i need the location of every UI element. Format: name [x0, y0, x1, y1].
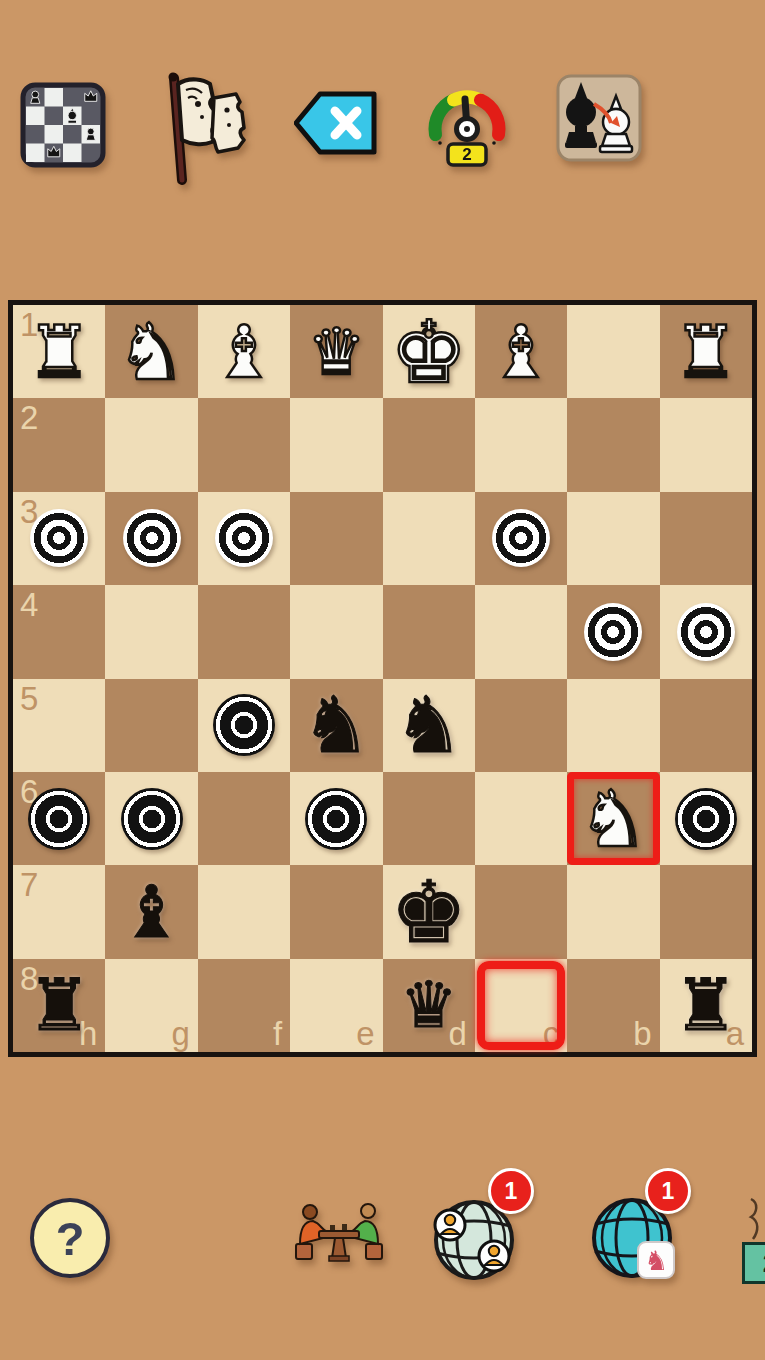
- board[interactable]: 1♜♞♝♛♚♝♜2345♞♞6♞7♝♚8h♜gfed♛cba♜: [8, 300, 757, 1057]
- difficulty-value: 2: [462, 145, 471, 164]
- piece-black-knight[interactable]: ♞: [394, 686, 464, 764]
- square-d6[interactable]: [383, 772, 475, 865]
- piece-white-rook[interactable]: ♜: [674, 316, 739, 388]
- square-f1[interactable]: ♝: [198, 305, 290, 398]
- rank-label: 4: [20, 588, 38, 621]
- piece-white-bishop[interactable]: ♝: [212, 316, 277, 388]
- notification-badge: 1: [488, 1168, 534, 1214]
- help-button[interactable]: ?: [30, 1198, 110, 1278]
- square-f6[interactable]: [198, 772, 290, 865]
- square-c4[interactable]: [475, 585, 567, 678]
- undo-arrow-icon: [294, 144, 378, 161]
- square-a3[interactable]: [660, 492, 752, 585]
- square-h1[interactable]: 1♜: [13, 305, 105, 398]
- globe-engine-icon: ♞: [588, 1270, 680, 1287]
- white-flag-icon: [152, 172, 248, 189]
- square-c3[interactable]: [475, 492, 567, 585]
- square-f5[interactable]: [198, 679, 290, 772]
- rank-label: 7: [20, 868, 38, 901]
- piece-white-pawn[interactable]: [677, 603, 735, 661]
- square-b2[interactable]: [567, 398, 659, 491]
- square-d2[interactable]: [383, 398, 475, 491]
- badge-count: 1: [662, 1178, 675, 1205]
- piece-white-pawn[interactable]: [584, 603, 642, 661]
- square-g2[interactable]: [105, 398, 197, 491]
- piece-black-knight[interactable]: ♞: [301, 686, 371, 764]
- square-e2[interactable]: [290, 398, 382, 491]
- level-tag[interactable]: 2: [742, 1242, 765, 1284]
- square-b5[interactable]: [567, 679, 659, 772]
- file-label: f: [273, 1017, 282, 1050]
- piece-black-king[interactable]: ♚: [390, 869, 467, 955]
- resign-button[interactable]: [152, 68, 248, 186]
- square-e5[interactable]: ♞: [290, 679, 382, 772]
- piece-black-pawn[interactable]: [28, 788, 90, 850]
- square-b7[interactable]: [567, 865, 659, 958]
- board-setup-button[interactable]: [20, 82, 106, 168]
- square-c7[interactable]: [475, 865, 567, 958]
- square-e7[interactable]: [290, 865, 382, 958]
- square-b4[interactable]: [567, 585, 659, 678]
- square-e3[interactable]: [290, 492, 382, 585]
- square-a8[interactable]: a♜: [660, 959, 752, 1052]
- piece-white-pawn[interactable]: [492, 509, 550, 567]
- square-c2[interactable]: [475, 398, 567, 491]
- square-d3[interactable]: [383, 492, 475, 585]
- square-g8[interactable]: g: [105, 959, 197, 1052]
- badge-count: 1: [505, 1178, 518, 1205]
- piece-black-bishop[interactable]: ♝: [119, 876, 184, 948]
- file-label: c: [543, 1017, 560, 1050]
- piece-black-rook[interactable]: ♜: [674, 969, 739, 1041]
- square-d8[interactable]: d♛: [383, 959, 475, 1052]
- square-h3[interactable]: 3: [13, 492, 105, 585]
- piece-black-pawn[interactable]: [675, 788, 737, 850]
- trophy-partial-icon: [747, 1197, 765, 1241]
- piece-black-rook[interactable]: ♜: [27, 969, 92, 1041]
- undo-button[interactable]: [294, 88, 378, 158]
- piece-white-pawn[interactable]: [123, 509, 181, 567]
- square-c8[interactable]: c: [475, 959, 567, 1052]
- square-g5[interactable]: [105, 679, 197, 772]
- square-c6[interactable]: [475, 772, 567, 865]
- square-g3[interactable]: [105, 492, 197, 585]
- mini-chessboard-icon: [20, 154, 106, 171]
- piece-white-pawn[interactable]: [215, 509, 273, 567]
- switch-sides-button[interactable]: [556, 74, 642, 162]
- square-f4[interactable]: [198, 585, 290, 678]
- file-label: e: [356, 1017, 374, 1050]
- square-b8[interactable]: b: [567, 959, 659, 1052]
- speedometer-icon: 2: [422, 160, 512, 177]
- knight-emblem-icon: ♞: [644, 1245, 668, 1276]
- app-screen: { "game": "makruk", "position": { "fen":…: [0, 0, 765, 1360]
- square-h2[interactable]: 2: [13, 398, 105, 491]
- square-d4[interactable]: [383, 585, 475, 678]
- piece-black-queen[interactable]: ♛: [400, 973, 457, 1037]
- square-h4[interactable]: 4: [13, 585, 105, 678]
- square-c5[interactable]: [475, 679, 567, 772]
- square-e1[interactable]: ♛: [290, 305, 382, 398]
- square-a1[interactable]: ♜: [660, 305, 752, 398]
- square-f7[interactable]: [198, 865, 290, 958]
- square-h5[interactable]: 5: [13, 679, 105, 772]
- piece-white-king[interactable]: ♚: [390, 309, 467, 395]
- square-b1[interactable]: [567, 305, 659, 398]
- square-c1[interactable]: ♝: [475, 305, 567, 398]
- notification-badge: 1: [645, 1168, 691, 1214]
- square-e4[interactable]: [290, 585, 382, 678]
- square-b3[interactable]: [567, 492, 659, 585]
- piece-white-knight[interactable]: ♞: [117, 313, 187, 391]
- square-g7[interactable]: ♝: [105, 865, 197, 958]
- square-h7[interactable]: 7: [13, 865, 105, 958]
- square-g6[interactable]: [105, 772, 197, 865]
- square-e8[interactable]: e: [290, 959, 382, 1052]
- square-a7[interactable]: [660, 865, 752, 958]
- square-b6[interactable]: ♞: [567, 772, 659, 865]
- rank-label: 5: [20, 682, 38, 715]
- rank-label: 2: [20, 401, 38, 434]
- square-a4[interactable]: [660, 585, 752, 678]
- two-players-table-icon: [292, 1252, 386, 1269]
- file-label: g: [171, 1017, 189, 1050]
- piece-white-pawn[interactable]: [30, 509, 88, 567]
- square-a2[interactable]: [660, 398, 752, 491]
- piece-black-pawn[interactable]: [121, 788, 183, 850]
- square-h6[interactable]: 6: [13, 772, 105, 865]
- square-a6[interactable]: [660, 772, 752, 865]
- question-mark-icon: ?: [56, 1211, 85, 1266]
- piece-black-pawn[interactable]: [305, 788, 367, 850]
- globe-players-icon: [430, 1270, 522, 1287]
- local-match-button[interactable]: [292, 1200, 386, 1266]
- square-e6[interactable]: [290, 772, 382, 865]
- piece-white-knight[interactable]: ♞: [578, 780, 648, 858]
- piece-white-queen[interactable]: ♛: [308, 320, 365, 384]
- piece-black-pawn[interactable]: [213, 694, 275, 756]
- square-f8[interactable]: f: [198, 959, 290, 1052]
- square-h8[interactable]: 8h♜: [13, 959, 105, 1052]
- swap-pieces-icon: [556, 148, 642, 165]
- piece-white-bishop[interactable]: ♝: [489, 316, 554, 388]
- file-label: b: [633, 1017, 651, 1050]
- square-d1[interactable]: ♚: [383, 305, 475, 398]
- square-f3[interactable]: [198, 492, 290, 585]
- square-f2[interactable]: [198, 398, 290, 491]
- square-g1[interactable]: ♞: [105, 305, 197, 398]
- difficulty-button[interactable]: 2: [422, 82, 512, 174]
- square-d5[interactable]: ♞: [383, 679, 475, 772]
- square-d7[interactable]: ♚: [383, 865, 475, 958]
- square-a5[interactable]: [660, 679, 752, 772]
- piece-white-rook[interactable]: ♜: [27, 316, 92, 388]
- square-g4[interactable]: [105, 585, 197, 678]
